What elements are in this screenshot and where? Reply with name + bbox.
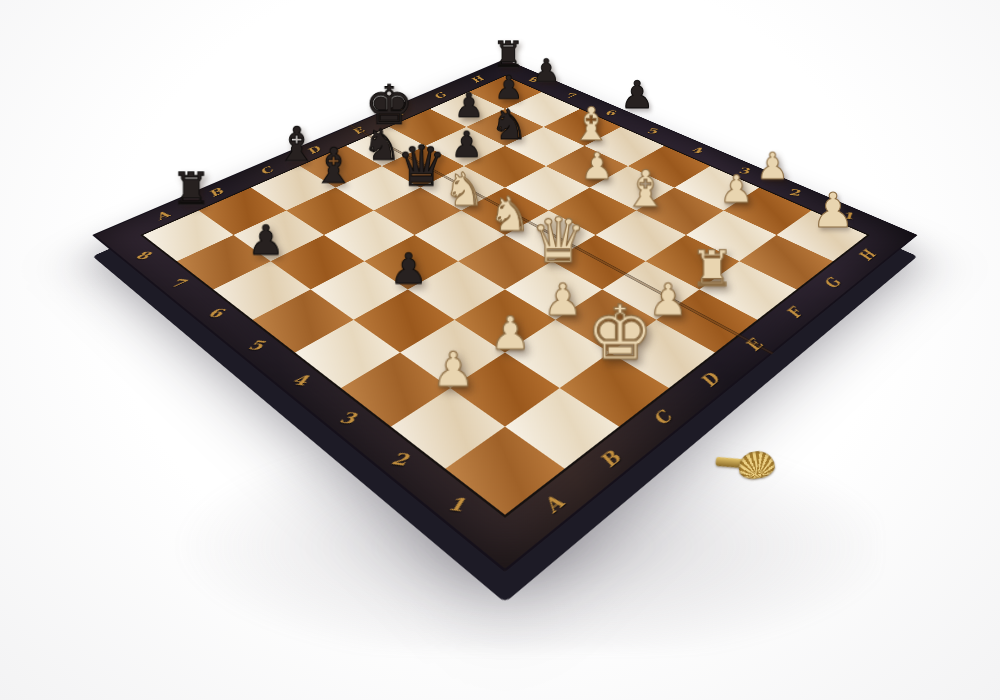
file-label-bottom-e: E <box>740 337 768 354</box>
black-pawn-glyph: ♟ <box>389 215 427 322</box>
file-label-bottom-g: G <box>818 275 845 291</box>
square-a4[interactable] <box>295 320 400 388</box>
white-king-glyph: ♚ <box>586 275 653 391</box>
offboard-white-pawn[interactable]: ♟ <box>811 182 854 238</box>
file-label-bottom-d: D <box>695 370 725 390</box>
rank-label-right-6: 6 <box>604 109 615 117</box>
piece-black-pawn-b4[interactable]: ♟ <box>369 215 447 322</box>
rank-label-left-7: 7 <box>168 276 189 290</box>
rank-label-left-5: 5 <box>246 337 267 353</box>
rank-label-left-6: 6 <box>205 306 226 321</box>
rank-label-right-2: 2 <box>788 187 800 198</box>
rank-label-left-3: 3 <box>337 409 359 428</box>
white-pawn-glyph: ♟ <box>432 309 475 430</box>
black-pawn-glyph: ♟ <box>247 189 284 292</box>
file-label-bottom-f: F <box>781 305 807 321</box>
piece-white-king-c1[interactable]: ♚ <box>577 275 662 391</box>
chess-set-scene: AABBCCDDEEFFGGHH8877665544332211 ♜♝♚♜♝♞♟… <box>0 0 1000 700</box>
piece-black-pawn-a6[interactable]: ♟ <box>228 189 303 292</box>
rank-label-right-7: 7 <box>565 92 577 100</box>
file-label-bottom-h: H <box>853 248 880 263</box>
rank-label-right-5: 5 <box>646 126 657 135</box>
piece-black-rook-a8[interactable]: ♜ <box>156 141 226 237</box>
square-b1[interactable] <box>505 388 619 469</box>
rank-label-left-8: 8 <box>133 249 154 262</box>
square-a1[interactable] <box>445 427 564 515</box>
black-pawn-glyph: ♟ <box>620 73 654 117</box>
piece-white-pawn-a2[interactable]: ♟ <box>409 309 498 430</box>
rank-label-left-1: 1 <box>446 493 468 516</box>
rank-label-left-4: 4 <box>289 371 310 388</box>
white-pawn-glyph: ♟ <box>811 182 854 238</box>
white-bishop-glyph: ♝ <box>623 141 668 237</box>
file-label-bottom-c: C <box>647 408 677 429</box>
square-g1[interactable] <box>739 235 833 289</box>
clasp-fan-icon <box>737 449 777 481</box>
black-rook-glyph: ♜ <box>172 141 212 237</box>
rank-label-left-2: 2 <box>389 449 411 470</box>
file-label-bottom-a: A <box>537 492 569 517</box>
offboard-black-pawn[interactable]: ♟ <box>620 73 654 117</box>
piece-white-bishop-f3[interactable]: ♝ <box>610 141 680 237</box>
square-a5[interactable] <box>253 289 354 352</box>
file-label-bottom-b: B <box>594 448 626 471</box>
